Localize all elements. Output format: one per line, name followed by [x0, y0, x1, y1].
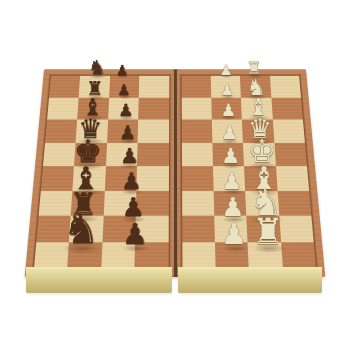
square: [73, 166, 106, 190]
square: [69, 216, 103, 242]
square: [79, 76, 110, 98]
square: [47, 97, 79, 119]
square: [39, 190, 73, 215]
square: [136, 190, 169, 215]
square: [271, 97, 303, 119]
square: [247, 216, 281, 242]
square: [135, 216, 168, 242]
square: [276, 166, 310, 190]
square: [138, 97, 168, 119]
square: [181, 97, 211, 119]
square: [77, 97, 108, 119]
square: [214, 216, 248, 242]
board-right-panel: [176, 69, 325, 277]
square: [215, 242, 249, 269]
square: [103, 190, 136, 215]
left-panel-squares: [34, 76, 169, 269]
square: [102, 216, 136, 242]
square: [139, 76, 169, 98]
board-left-panel: [25, 69, 174, 277]
square: [245, 190, 279, 215]
square: [36, 216, 71, 242]
square: [45, 119, 77, 142]
product-photo: ♞♜♝♛♚♝♜♞♟♟♟♟♟♟♟♟♟♟♟♟♟♟♟♟♜♞♝♛♚♝♞♜: [0, 0, 350, 350]
square: [74, 142, 106, 166]
square: [137, 166, 169, 190]
square: [107, 119, 138, 142]
square: [76, 119, 108, 142]
square: [34, 242, 69, 269]
square: [67, 242, 102, 269]
chess-board: [25, 69, 326, 277]
square: [212, 142, 244, 166]
square: [182, 166, 214, 190]
square: [182, 216, 215, 242]
square: [211, 76, 241, 98]
square: [273, 119, 305, 142]
square: [242, 119, 274, 142]
square: [270, 76, 301, 98]
square: [182, 242, 216, 269]
square: [138, 119, 169, 142]
box-side-right: [178, 267, 322, 293]
square: [109, 76, 139, 98]
square: [105, 166, 138, 190]
square: [277, 190, 311, 215]
square: [281, 242, 316, 269]
square: [49, 76, 80, 98]
square: [108, 97, 139, 119]
square: [182, 190, 215, 215]
right-panel-squares: [181, 76, 316, 269]
square: [279, 216, 314, 242]
square: [41, 166, 75, 190]
box-side-left: [26, 267, 172, 293]
square: [241, 97, 272, 119]
square: [243, 142, 275, 166]
square: [212, 119, 243, 142]
square: [244, 166, 277, 190]
square: [240, 76, 271, 98]
square: [43, 142, 76, 166]
square: [211, 97, 242, 119]
square: [106, 142, 138, 166]
square: [135, 242, 169, 269]
square: [181, 142, 212, 166]
square: [71, 190, 105, 215]
square: [181, 119, 212, 142]
square: [137, 142, 168, 166]
square: [213, 190, 246, 215]
square: [101, 242, 135, 269]
square: [213, 166, 246, 190]
square: [181, 76, 211, 98]
square: [274, 142, 307, 166]
square: [248, 242, 283, 269]
